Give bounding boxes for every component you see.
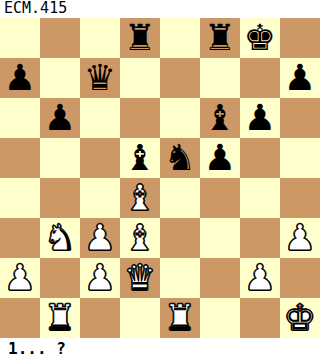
square-b7[interactable]	[40, 58, 80, 98]
square-c5[interactable]	[80, 138, 120, 178]
square-b2[interactable]	[40, 258, 80, 298]
square-h3[interactable]: ♟	[280, 218, 320, 258]
white-bishop-icon[interactable]: ♝	[124, 178, 156, 218]
square-b3[interactable]: ♞	[40, 218, 80, 258]
black-pawn-icon[interactable]: ♟	[244, 98, 276, 138]
square-d3[interactable]: ♝	[120, 218, 160, 258]
black-king-icon[interactable]: ♚	[244, 18, 276, 58]
black-rook-icon[interactable]: ♜	[204, 18, 236, 58]
square-a8[interactable]	[0, 18, 40, 58]
square-a3[interactable]	[0, 218, 40, 258]
square-c3[interactable]: ♟	[80, 218, 120, 258]
black-pawn-icon[interactable]: ♟	[4, 58, 36, 98]
white-pawn-icon[interactable]: ♟	[84, 218, 116, 258]
square-d2[interactable]: ♛	[120, 258, 160, 298]
diagram-title: ECM.415	[0, 0, 320, 18]
white-bishop-icon[interactable]: ♝	[124, 218, 156, 258]
square-c2[interactable]: ♟	[80, 258, 120, 298]
square-h6[interactable]	[280, 98, 320, 138]
square-a6[interactable]	[0, 98, 40, 138]
square-b1[interactable]: ♜	[40, 298, 80, 338]
chess-board[interactable]: ♜♜♚♟♛♟♟♝♟♝♞♟♝♞♟♝♟♟♟♛♟♜♜♚	[0, 18, 320, 338]
square-c6[interactable]	[80, 98, 120, 138]
white-king-icon[interactable]: ♚	[284, 298, 316, 338]
square-b8[interactable]	[40, 18, 80, 58]
square-b6[interactable]: ♟	[40, 98, 80, 138]
square-f4[interactable]	[200, 178, 240, 218]
black-pawn-icon[interactable]: ♟	[204, 138, 236, 178]
square-g5[interactable]	[240, 138, 280, 178]
black-queen-icon[interactable]: ♛	[84, 58, 116, 98]
square-d1[interactable]	[120, 298, 160, 338]
black-bishop-icon[interactable]: ♝	[124, 138, 156, 178]
white-pawn-icon[interactable]: ♟	[244, 258, 276, 298]
black-pawn-icon[interactable]: ♟	[284, 58, 316, 98]
square-e4[interactable]	[160, 178, 200, 218]
square-a2[interactable]: ♟	[0, 258, 40, 298]
square-h2[interactable]	[280, 258, 320, 298]
white-rook-icon[interactable]: ♜	[164, 298, 196, 338]
white-rook-icon[interactable]: ♜	[44, 298, 76, 338]
white-pawn-icon[interactable]: ♟	[4, 258, 36, 298]
square-e3[interactable]	[160, 218, 200, 258]
square-g8[interactable]: ♚	[240, 18, 280, 58]
white-queen-icon[interactable]: ♛	[124, 258, 156, 298]
square-d8[interactable]: ♜	[120, 18, 160, 58]
square-e7[interactable]	[160, 58, 200, 98]
square-f1[interactable]	[200, 298, 240, 338]
black-knight-icon[interactable]: ♞	[164, 138, 196, 178]
square-c7[interactable]: ♛	[80, 58, 120, 98]
square-a1[interactable]	[0, 298, 40, 338]
chess-diagram: ECM.415 ♜♜♚♟♛♟♟♝♟♝♞♟♝♞♟♝♟♟♟♛♟♜♜♚ 1... ?	[0, 0, 320, 360]
square-c4[interactable]	[80, 178, 120, 218]
square-f6[interactable]: ♝	[200, 98, 240, 138]
square-a5[interactable]	[0, 138, 40, 178]
square-g4[interactable]	[240, 178, 280, 218]
square-c1[interactable]	[80, 298, 120, 338]
square-g3[interactable]	[240, 218, 280, 258]
square-e6[interactable]	[160, 98, 200, 138]
square-h7[interactable]: ♟	[280, 58, 320, 98]
square-b4[interactable]	[40, 178, 80, 218]
move-prompt: 1... ?	[0, 338, 320, 360]
square-d4[interactable]: ♝	[120, 178, 160, 218]
square-f3[interactable]	[200, 218, 240, 258]
square-d7[interactable]	[120, 58, 160, 98]
square-e8[interactable]	[160, 18, 200, 58]
square-f8[interactable]: ♜	[200, 18, 240, 58]
black-pawn-icon[interactable]: ♟	[44, 98, 76, 138]
square-h4[interactable]	[280, 178, 320, 218]
white-knight-icon[interactable]: ♞	[44, 218, 76, 258]
white-pawn-icon[interactable]: ♟	[84, 258, 116, 298]
square-b5[interactable]	[40, 138, 80, 178]
square-f5[interactable]: ♟	[200, 138, 240, 178]
black-bishop-icon[interactable]: ♝	[204, 98, 236, 138]
square-g6[interactable]: ♟	[240, 98, 280, 138]
white-pawn-icon[interactable]: ♟	[284, 218, 316, 258]
square-f7[interactable]	[200, 58, 240, 98]
square-e5[interactable]: ♞	[160, 138, 200, 178]
square-h5[interactable]	[280, 138, 320, 178]
square-d6[interactable]	[120, 98, 160, 138]
square-g1[interactable]	[240, 298, 280, 338]
square-e1[interactable]: ♜	[160, 298, 200, 338]
black-rook-icon[interactable]: ♜	[124, 18, 156, 58]
square-h1[interactable]: ♚	[280, 298, 320, 338]
square-c8[interactable]	[80, 18, 120, 58]
square-g2[interactable]: ♟	[240, 258, 280, 298]
square-g7[interactable]	[240, 58, 280, 98]
square-h8[interactable]	[280, 18, 320, 58]
square-a4[interactable]	[0, 178, 40, 218]
square-a7[interactable]: ♟	[0, 58, 40, 98]
square-f2[interactable]	[200, 258, 240, 298]
square-d5[interactable]: ♝	[120, 138, 160, 178]
square-e2[interactable]	[160, 258, 200, 298]
